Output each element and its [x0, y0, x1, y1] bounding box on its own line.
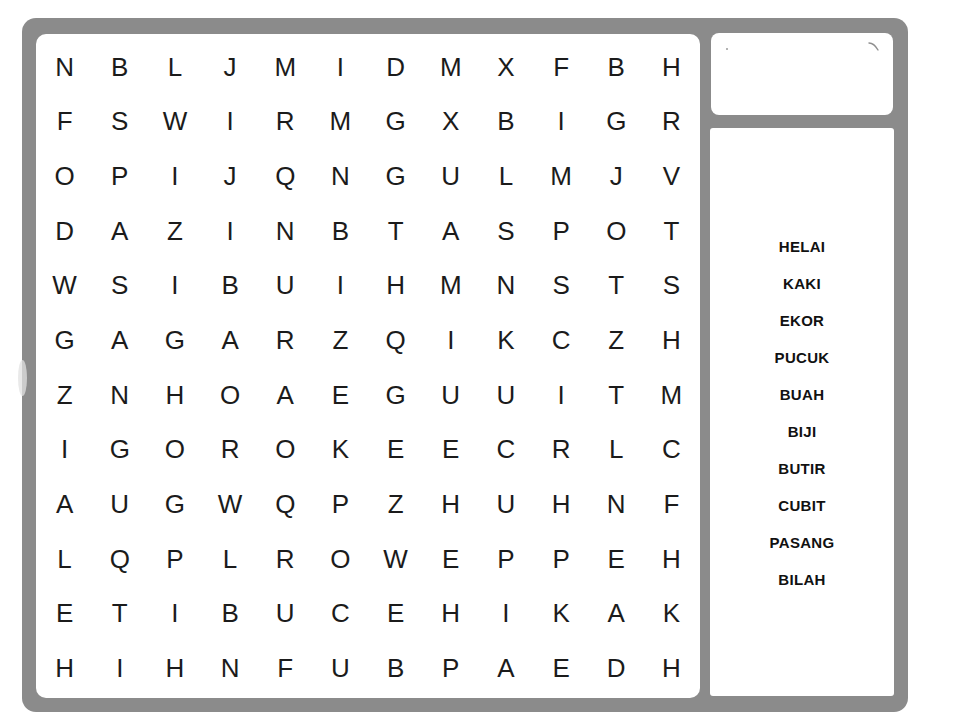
grid-cell-r8c4[interactable]: R	[203, 423, 258, 478]
grid-cell-r3c5[interactable]: Q	[258, 149, 313, 204]
grid-cell-r4c10[interactable]: P	[534, 204, 589, 259]
grid-cell-r10c10[interactable]: P	[534, 532, 589, 587]
grid-cell-r1c6[interactable]: I	[313, 40, 368, 95]
grid-cell-r4c4[interactable]: I	[203, 204, 258, 259]
grid-cell-r6c2[interactable]: A	[92, 313, 147, 368]
grid-cell-r12c12[interactable]: H	[644, 641, 699, 696]
grid-cell-r7c12[interactable]: M	[644, 368, 699, 423]
grid-cell-r6c3[interactable]: G	[147, 313, 202, 368]
grid-cell-r11c10[interactable]: K	[534, 587, 589, 642]
grid-cell-r8c3[interactable]: O	[147, 423, 202, 478]
grid-cell-r3c4[interactable]: J	[203, 149, 258, 204]
grid-cell-r2c5[interactable]: R	[258, 95, 313, 150]
grid-cell-r10c2[interactable]: Q	[92, 532, 147, 587]
grid-cell-r3c11[interactable]: J	[589, 149, 644, 204]
grid-cell-r12c5[interactable]: F	[258, 641, 313, 696]
decoration-tick-icon	[868, 41, 880, 53]
grid-cell-r5c2[interactable]: S	[92, 259, 147, 314]
grid-cell-r8c11[interactable]: L	[589, 423, 644, 478]
grid-cell-r12c9[interactable]: A	[478, 641, 533, 696]
grid-cell-r4c9[interactable]: S	[478, 204, 533, 259]
frame-notch	[18, 360, 27, 396]
grid-cell-r8c6[interactable]: K	[313, 423, 368, 478]
word-list-item: EKOR	[780, 302, 825, 339]
grid-cell-r9c4[interactable]: W	[203, 477, 258, 532]
grid-cell-r6c11[interactable]: Z	[589, 313, 644, 368]
grid-cell-r1c2[interactable]: B	[92, 40, 147, 95]
grid-cell-r8c2[interactable]: G	[92, 423, 147, 478]
grid-cell-r12c11[interactable]: D	[589, 641, 644, 696]
grid-cell-r7c1[interactable]: Z	[37, 368, 92, 423]
grid-cell-r7c5[interactable]: A	[258, 368, 313, 423]
grid-cell-r4c8[interactable]: A	[423, 204, 478, 259]
grid-cell-r4c6[interactable]: B	[313, 204, 368, 259]
grid-cell-r2c7[interactable]: G	[368, 95, 423, 150]
grid-cell-r1c12[interactable]: H	[644, 40, 699, 95]
grid-cell-r2c2[interactable]: S	[92, 95, 147, 150]
grid-cell-r8c8[interactable]: E	[423, 423, 478, 478]
grid-cell-r7c7[interactable]: G	[368, 368, 423, 423]
grid-cell-r11c4[interactable]: B	[203, 587, 258, 642]
word-list-item: BUAH	[780, 376, 825, 413]
grid-cell-r4c3[interactable]: Z	[147, 204, 202, 259]
grid-cell-r4c5[interactable]: N	[258, 204, 313, 259]
grid-cell-r10c9[interactable]: P	[478, 532, 533, 587]
grid-cell-r10c4[interactable]: L	[203, 532, 258, 587]
grid-cell-r11c12[interactable]: K	[644, 587, 699, 642]
grid-cell-r5c1[interactable]: W	[37, 259, 92, 314]
grid-cell-r10c8[interactable]: E	[423, 532, 478, 587]
grid-cell-r1c4[interactable]: J	[203, 40, 258, 95]
grid-cell-r3c6[interactable]: N	[313, 149, 368, 204]
grid-cell-r6c12[interactable]: H	[644, 313, 699, 368]
grid-cell-r7c8[interactable]: U	[423, 368, 478, 423]
top-box	[711, 33, 893, 115]
grid-cell-r11c11[interactable]: A	[589, 587, 644, 642]
grid-cell-r1c9[interactable]: X	[478, 40, 533, 95]
letter-grid: NBLJMIDMXFBHFSWIRMGXBIGROPIJQNGULMJVDAZI…	[37, 40, 699, 696]
grid-cell-r7c4[interactable]: O	[203, 368, 258, 423]
grid-cell-r12c10[interactable]: E	[534, 641, 589, 696]
word-list: HELAIKAKIEKORPUCUKBUAHBIJIBUTIRCUBITPASA…	[710, 128, 894, 598]
word-list-item: HELAI	[779, 228, 826, 265]
word-list-item: BUTIR	[778, 450, 825, 487]
grid-cell-r10c11[interactable]: E	[589, 532, 644, 587]
grid-cell-r2c12[interactable]: R	[644, 95, 699, 150]
grid-cell-r11c8[interactable]: H	[423, 587, 478, 642]
grid-cell-r9c12[interactable]: F	[644, 477, 699, 532]
grid-cell-r7c3[interactable]: H	[147, 368, 202, 423]
word-list-item: BIJI	[788, 413, 817, 450]
grid-cell-r4c1[interactable]: D	[37, 204, 92, 259]
grid-cell-r9c10[interactable]: H	[534, 477, 589, 532]
grid-cell-r5c11[interactable]: T	[589, 259, 644, 314]
grid-cell-r10c7[interactable]: W	[368, 532, 423, 587]
grid-cell-r3c2[interactable]: P	[92, 149, 147, 204]
grid-cell-r9c11[interactable]: N	[589, 477, 644, 532]
grid-cell-r6c9[interactable]: K	[478, 313, 533, 368]
grid-cell-r3c12[interactable]: V	[644, 149, 699, 204]
grid-cell-r1c8[interactable]: M	[423, 40, 478, 95]
grid-cell-r12c4[interactable]: N	[203, 641, 258, 696]
grid-cell-r6c5[interactable]: R	[258, 313, 313, 368]
grid-cell-r9c6[interactable]: P	[313, 477, 368, 532]
grid-cell-r8c5[interactable]: O	[258, 423, 313, 478]
grid-cell-r11c9[interactable]: I	[478, 587, 533, 642]
grid-cell-r7c11[interactable]: T	[589, 368, 644, 423]
grid-cell-r11c7[interactable]: E	[368, 587, 423, 642]
grid-cell-r5c4[interactable]: B	[203, 259, 258, 314]
grid-cell-r7c2[interactable]: N	[92, 368, 147, 423]
grid-cell-r5c10[interactable]: S	[534, 259, 589, 314]
grid-cell-r3c8[interactable]: U	[423, 149, 478, 204]
grid-cell-r3c9[interactable]: L	[478, 149, 533, 204]
grid-cell-r2c1[interactable]: F	[37, 95, 92, 150]
grid-cell-r7c10[interactable]: I	[534, 368, 589, 423]
grid-cell-r9c9[interactable]: U	[478, 477, 533, 532]
grid-cell-r10c5[interactable]: R	[258, 532, 313, 587]
grid-cell-r5c8[interactable]: M	[423, 259, 478, 314]
grid-cell-r1c5[interactable]: M	[258, 40, 313, 95]
grid-cell-r2c9[interactable]: B	[478, 95, 533, 150]
grid-cell-r2c11[interactable]: G	[589, 95, 644, 150]
grid-cell-r5c3[interactable]: I	[147, 259, 202, 314]
grid-cell-r4c7[interactable]: T	[368, 204, 423, 259]
word-list-item: BILAH	[778, 561, 825, 598]
decoration-dot	[726, 48, 728, 50]
grid-cell-r6c1[interactable]: G	[37, 313, 92, 368]
grid-cell-r4c12[interactable]: T	[644, 204, 699, 259]
grid-cell-r7c9[interactable]: U	[478, 368, 533, 423]
grid-cell-r3c10[interactable]: M	[534, 149, 589, 204]
grid-cell-r2c3[interactable]: W	[147, 95, 202, 150]
grid-cell-r11c5[interactable]: U	[258, 587, 313, 642]
grid-cell-r1c1[interactable]: N	[37, 40, 92, 95]
grid-cell-r8c1[interactable]: I	[37, 423, 92, 478]
grid-cell-r6c6[interactable]: Z	[313, 313, 368, 368]
word-list-item: PUCUK	[775, 339, 830, 376]
grid-cell-r9c5[interactable]: Q	[258, 477, 313, 532]
grid-cell-r5c12[interactable]: S	[644, 259, 699, 314]
word-list-item: KAKI	[783, 265, 821, 302]
grid-cell-r9c3[interactable]: G	[147, 477, 202, 532]
grid-cell-r3c3[interactable]: I	[147, 149, 202, 204]
grid-cell-r2c8[interactable]: X	[423, 95, 478, 150]
grid-cell-r6c4[interactable]: A	[203, 313, 258, 368]
grid-cell-r2c10[interactable]: I	[534, 95, 589, 150]
grid-cell-r10c1[interactable]: L	[37, 532, 92, 587]
grid-cell-r3c1[interactable]: O	[37, 149, 92, 204]
grid-cell-r12c8[interactable]: P	[423, 641, 478, 696]
puzzle-frame: NBLJMIDMXFBHFSWIRMGXBIGROPIJQNGULMJVDAZI…	[22, 18, 908, 712]
letter-grid-panel: NBLJMIDMXFBHFSWIRMGXBIGROPIJQNGULMJVDAZI…	[36, 34, 700, 698]
grid-cell-r1c3[interactable]: L	[147, 40, 202, 95]
grid-cell-r2c6[interactable]: M	[313, 95, 368, 150]
grid-cell-r10c3[interactable]: P	[147, 532, 202, 587]
grid-cell-r1c7[interactable]: D	[368, 40, 423, 95]
grid-cell-r5c7[interactable]: H	[368, 259, 423, 314]
word-list-panel: HELAIKAKIEKORPUCUKBUAHBIJIBUTIRCUBITPASA…	[710, 128, 894, 696]
grid-cell-r3c7[interactable]: G	[368, 149, 423, 204]
grid-cell-r8c9[interactable]: C	[478, 423, 533, 478]
grid-cell-r9c1[interactable]: A	[37, 477, 92, 532]
grid-cell-r5c9[interactable]: N	[478, 259, 533, 314]
grid-cell-r4c11[interactable]: O	[589, 204, 644, 259]
word-list-item: PASANG	[770, 524, 835, 561]
grid-cell-r6c7[interactable]: Q	[368, 313, 423, 368]
grid-cell-r5c5[interactable]: U	[258, 259, 313, 314]
grid-cell-r11c2[interactable]: T	[92, 587, 147, 642]
grid-cell-r11c3[interactable]: I	[147, 587, 202, 642]
grid-cell-r12c7[interactable]: B	[368, 641, 423, 696]
grid-cell-r4c2[interactable]: A	[92, 204, 147, 259]
grid-cell-r12c2[interactable]: I	[92, 641, 147, 696]
grid-cell-r8c7[interactable]: E	[368, 423, 423, 478]
grid-cell-r9c7[interactable]: Z	[368, 477, 423, 532]
grid-cell-r11c6[interactable]: C	[313, 587, 368, 642]
grid-cell-r12c1[interactable]: H	[37, 641, 92, 696]
grid-cell-r6c8[interactable]: I	[423, 313, 478, 368]
grid-cell-r5c6[interactable]: I	[313, 259, 368, 314]
grid-cell-r6c10[interactable]: C	[534, 313, 589, 368]
grid-cell-r12c6[interactable]: U	[313, 641, 368, 696]
grid-cell-r12c3[interactable]: H	[147, 641, 202, 696]
grid-cell-r10c6[interactable]: O	[313, 532, 368, 587]
grid-cell-r8c10[interactable]: R	[534, 423, 589, 478]
grid-cell-r8c12[interactable]: C	[644, 423, 699, 478]
grid-cell-r9c8[interactable]: H	[423, 477, 478, 532]
grid-cell-r10c12[interactable]: H	[644, 532, 699, 587]
grid-cell-r1c11[interactable]: B	[589, 40, 644, 95]
grid-cell-r1c10[interactable]: F	[534, 40, 589, 95]
grid-cell-r9c2[interactable]: U	[92, 477, 147, 532]
grid-cell-r11c1[interactable]: E	[37, 587, 92, 642]
grid-cell-r7c6[interactable]: E	[313, 368, 368, 423]
grid-cell-r2c4[interactable]: I	[203, 95, 258, 150]
word-list-item: CUBIT	[778, 487, 825, 524]
